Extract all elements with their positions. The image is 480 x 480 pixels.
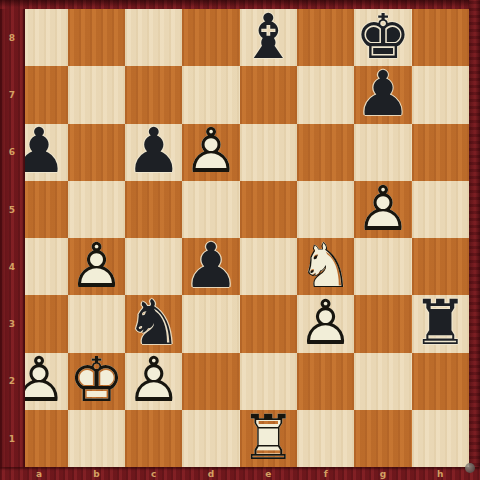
rank-label-6: 6 [2,147,22,157]
piece-white-rook-e1[interactable]: ♜♖ [240,410,297,467]
watermark-dot-icon [465,463,475,473]
board-frame-bottom [0,467,480,480]
board-frame-top [0,0,480,9]
rank-label-5: 5 [2,205,22,215]
file-label-h: h [430,469,450,479]
black-rook-glyph: ♜ [412,295,469,352]
rank-label-3: 3 [2,319,22,329]
square-d1[interactable] [182,410,239,467]
square-g3[interactable] [354,295,411,352]
black-pawn-glyph: ♟ [125,123,182,180]
square-e3[interactable] [240,295,297,352]
piece-black-pawn-c6[interactable]: ♟ [125,124,182,181]
square-g2[interactable] [354,353,411,410]
black-bishop-glyph: ♝ [240,8,297,65]
square-b6[interactable] [68,124,125,181]
white-rook-outline-glyph: ♖ [240,409,297,466]
file-label-g: g [373,469,393,479]
chess-board-screenshot: ♝♚♟♟♟♟♙♟♙♟♙♟♞♘♞♟♙♜♟♙♚♔♟♙♜♖ 87654321abcde… [0,0,480,480]
white-pawn-outline-glyph: ♙ [354,180,411,237]
square-g1[interactable] [354,410,411,467]
white-pawn-outline-glyph: ♙ [68,237,125,294]
square-h5[interactable] [412,181,469,238]
black-pawn-glyph: ♟ [182,237,239,294]
rank-label-2: 2 [2,376,22,386]
file-label-d: d [201,469,221,479]
square-c5[interactable] [125,181,182,238]
board-frame-right [469,0,480,480]
square-h1[interactable] [412,410,469,467]
square-e6[interactable] [240,124,297,181]
piece-black-rook-h3[interactable]: ♜ [412,296,469,353]
square-e7[interactable] [240,66,297,123]
white-pawn-outline-glyph: ♙ [297,295,354,352]
white-pawn-outline-glyph: ♙ [182,123,239,180]
rank-label-8: 8 [2,33,22,43]
square-h7[interactable] [412,66,469,123]
file-label-a: a [29,469,49,479]
piece-black-pawn-d4[interactable]: ♟ [182,238,239,295]
piece-black-pawn-g7[interactable]: ♟ [354,66,411,123]
piece-white-king-b2[interactable]: ♚♔ [68,353,125,410]
piece-black-bishop-e8[interactable]: ♝ [240,9,297,66]
rank-label-4: 4 [2,262,22,272]
square-d8[interactable] [182,9,239,66]
square-f8[interactable] [297,9,354,66]
square-f6[interactable] [297,124,354,181]
square-c8[interactable] [125,9,182,66]
square-b7[interactable] [68,66,125,123]
square-e4[interactable] [240,238,297,295]
file-label-c: c [144,469,164,479]
white-pawn-outline-glyph: ♙ [125,352,182,409]
piece-white-pawn-f3[interactable]: ♟♙ [297,296,354,353]
piece-white-pawn-b4[interactable]: ♟♙ [68,238,125,295]
square-h6[interactable] [412,124,469,181]
piece-white-pawn-g5[interactable]: ♟♙ [354,181,411,238]
rank-label-7: 7 [2,90,22,100]
square-b1[interactable] [68,410,125,467]
chess-board: ♝♚♟♟♟♟♙♟♙♟♙♟♞♘♞♟♙♜♟♙♚♔♟♙♜♖ [11,9,469,467]
square-g4[interactable] [354,238,411,295]
file-label-b: b [86,469,106,479]
square-e5[interactable] [240,181,297,238]
square-f1[interactable] [297,410,354,467]
square-d2[interactable] [182,353,239,410]
square-c1[interactable] [125,410,182,467]
black-pawn-glyph: ♟ [354,65,411,122]
square-h2[interactable] [412,353,469,410]
rank-label-1: 1 [2,434,22,444]
square-h8[interactable] [412,9,469,66]
file-label-f: f [316,469,336,479]
white-king-outline-glyph: ♔ [68,352,125,409]
piece-white-pawn-d6[interactable]: ♟♙ [182,124,239,181]
piece-white-pawn-c2[interactable]: ♟♙ [125,353,182,410]
square-f2[interactable] [297,353,354,410]
file-label-e: e [258,469,278,479]
square-f7[interactable] [297,66,354,123]
square-d3[interactable] [182,295,239,352]
board-frame-left [0,0,25,480]
square-b8[interactable] [68,9,125,66]
